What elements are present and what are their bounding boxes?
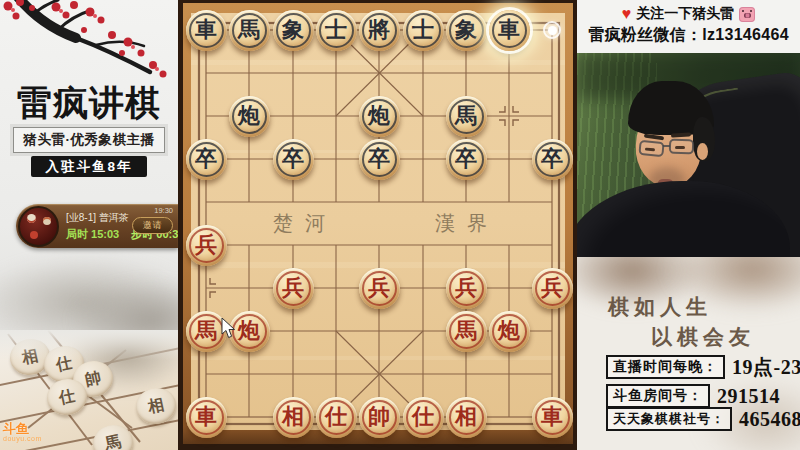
player-info-bar: [业8-1] 普洱茶 局时 15:03 步时 00:30 19:30 邀请: [16, 204, 178, 248]
piece-兵-red[interactable]: 兵: [532, 268, 573, 309]
piece-相-red[interactable]: 相: [446, 397, 487, 438]
piece-兵-red[interactable]: 兵: [359, 268, 400, 309]
promo-follow-text: 关注一下猪头雷: [636, 5, 734, 23]
webcam-feed: [577, 53, 800, 257]
pieces-layer: 車馬象士將士象車炮炮馬卒卒卒卒卒兵兵兵兵兵馬炮馬炮車相仕帥仕相車: [178, 0, 577, 450]
info-row-schedule: 直播时间每晚： 19点-23点: [606, 355, 800, 379]
schedule-value: 19点-23点: [732, 354, 800, 381]
piece-仕-red[interactable]: 仕: [316, 397, 357, 438]
motto-line2: 以棋会友: [651, 323, 755, 351]
piece-車-red[interactable]: 車: [532, 397, 573, 438]
piece-車-black[interactable]: 車: [186, 10, 227, 51]
game-time: 局时 15:03: [66, 228, 119, 240]
wall-clock: 19:30: [154, 206, 173, 215]
left-sidebar: 雷疯讲棋 猪头雷·优秀象棋主播 入驻斗鱼8年 相仕帥仕相馬 斗鱼: [0, 0, 178, 450]
piece-相-red[interactable]: 相: [273, 397, 314, 438]
xiangqi-board[interactable]: 楚河 漢界 車馬象士將士象車炮炮馬卒卒卒卒卒兵兵兵兵兵馬炮馬炮車相仕帥仕相車: [178, 0, 577, 450]
glasses-bridge: [663, 145, 670, 147]
piece-馬-red[interactable]: 馬: [446, 311, 487, 352]
streamer-ear: [697, 143, 708, 160]
schedule-label: 直播时间每晚：: [606, 355, 725, 379]
piece-馬-black[interactable]: 馬: [229, 10, 270, 51]
room-label: 斗鱼房间号：: [606, 384, 710, 408]
piece-馬-black[interactable]: 馬: [446, 96, 487, 137]
piece-士-black[interactable]: 士: [316, 10, 357, 51]
piece-象-black[interactable]: 象: [273, 10, 314, 51]
piece-兵-red[interactable]: 兵: [186, 225, 227, 266]
last-move-origin-marker: [543, 21, 561, 39]
piece-車-red[interactable]: 車: [186, 397, 227, 438]
piece-士-black[interactable]: 士: [403, 10, 444, 51]
douyu-logo-text: 斗鱼: [3, 422, 42, 435]
wooden-pieces-photo: 相仕帥仕相馬 斗鱼 douyu.com: [0, 330, 178, 450]
room-value: 291514: [717, 385, 780, 408]
piece-帥-red[interactable]: 帥: [359, 397, 400, 438]
piece-車-black[interactable]: 車: [489, 10, 530, 51]
piece-卒-black[interactable]: 卒: [532, 139, 573, 180]
piece-仕-red[interactable]: 仕: [403, 397, 444, 438]
piece-兵-red[interactable]: 兵: [273, 268, 314, 309]
player-avatar[interactable]: [18, 206, 59, 247]
channel-subtitle: 猪头雷·优秀象棋主播: [13, 127, 165, 153]
info-row-room: 斗鱼房间号： 291514: [606, 384, 780, 408]
channel-title: 雷疯讲棋: [0, 80, 178, 127]
promo-banner: ♥ 关注一下猪头雷 雷疯粉丝微信：lz13146464: [577, 0, 800, 53]
photo-top-fade: [0, 330, 178, 360]
promo-line1: ♥ 关注一下猪头雷: [577, 5, 800, 23]
promo-wechat-text: 雷疯粉丝微信：lz13146464: [577, 25, 800, 46]
douyu-domain-text: douyu.com: [3, 435, 42, 442]
heart-icon: ♥: [622, 5, 632, 23]
pig-emoji-icon: [739, 7, 755, 22]
motto-line1: 棋如人生: [608, 293, 712, 321]
piece-將-black[interactable]: 將: [359, 10, 400, 51]
channel-ribbon: 入驻斗鱼8年: [31, 156, 147, 177]
piece-卒-black[interactable]: 卒: [446, 139, 487, 180]
piece-卒-black[interactable]: 卒: [359, 139, 400, 180]
piece-卒-black[interactable]: 卒: [273, 139, 314, 180]
piece-象-black[interactable]: 象: [446, 10, 487, 51]
plum-blossom-branch: [0, 0, 178, 85]
invite-button[interactable]: 邀请: [132, 217, 173, 234]
piece-炮-red[interactable]: 炮: [489, 311, 530, 352]
douyu-watermark: 斗鱼 douyu.com: [3, 422, 42, 442]
stream-screen: 雷疯讲棋 猪头雷·优秀象棋主播 入驻斗鱼8年 相仕帥仕相馬 斗鱼: [0, 0, 800, 450]
piece-兵-red[interactable]: 兵: [446, 268, 487, 309]
eye-right: [675, 146, 685, 149]
stream-info-area: 棋如人生 以棋会友 直播时间每晚： 19点-23点 斗鱼房间号： 291514 …: [577, 257, 800, 450]
piece-炮-black[interactable]: 炮: [229, 96, 270, 137]
club-label: 天天象棋棋社号：: [606, 407, 732, 431]
piece-炮-black[interactable]: 炮: [359, 96, 400, 137]
player-name: [业8-1] 普洱茶: [66, 211, 129, 225]
photo-piece-相: 相: [133, 384, 178, 428]
photo-piece-馬: 馬: [90, 421, 137, 450]
mouse-cursor: [221, 318, 237, 339]
piece-卒-black[interactable]: 卒: [186, 139, 227, 180]
club-value: 465468: [739, 408, 800, 431]
info-row-club: 天天象棋棋社号： 465468: [606, 407, 800, 431]
